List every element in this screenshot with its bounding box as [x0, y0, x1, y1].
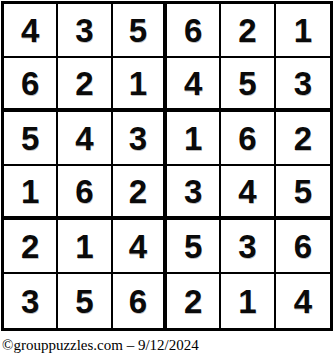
cell-r2c5: 5 — [221, 58, 275, 112]
cell-r3c5: 6 — [221, 112, 275, 166]
cell-r5c5: 3 — [221, 220, 275, 274]
cell-r1c4: 6 — [167, 4, 221, 58]
cell-r2c1: 6 — [4, 58, 58, 112]
cell-r2c3: 1 — [113, 58, 167, 112]
cell-r6c2: 5 — [58, 274, 112, 328]
cell-r1c3: 5 — [113, 4, 167, 58]
cell-r4c1: 1 — [4, 166, 58, 220]
cell-r6c4: 2 — [167, 274, 221, 328]
cell-r5c1: 2 — [4, 220, 58, 274]
cell-r3c6: 2 — [276, 112, 330, 166]
cell-r2c4: 4 — [167, 58, 221, 112]
cell-r4c4: 3 — [167, 166, 221, 220]
cell-r5c3: 4 — [113, 220, 167, 274]
cell-r4c6: 5 — [276, 166, 330, 220]
cell-r1c5: 2 — [221, 4, 275, 58]
cell-r4c3: 2 — [113, 166, 167, 220]
cell-r2c6: 3 — [276, 58, 330, 112]
cell-r5c4: 5 — [167, 220, 221, 274]
cell-r1c2: 3 — [58, 4, 112, 58]
sudoku-board: 4 3 5 6 2 1 6 2 1 4 5 3 5 4 3 1 6 2 1 6 … — [1, 1, 333, 331]
sudoku-page: 4 3 5 6 2 1 6 2 1 4 5 3 5 4 3 1 6 2 1 6 … — [0, 0, 335, 357]
cell-r3c3: 3 — [113, 112, 167, 166]
cell-r5c2: 1 — [58, 220, 112, 274]
cell-r4c5: 4 — [221, 166, 275, 220]
cell-r1c6: 1 — [276, 4, 330, 58]
cell-r5c6: 6 — [276, 220, 330, 274]
cell-r3c1: 5 — [4, 112, 58, 166]
cell-r6c3: 6 — [113, 274, 167, 328]
cell-r6c1: 3 — [4, 274, 58, 328]
cell-r1c1: 4 — [4, 4, 58, 58]
cell-r4c2: 6 — [58, 166, 112, 220]
cell-r3c4: 1 — [167, 112, 221, 166]
cell-r3c2: 4 — [58, 112, 112, 166]
copyright-credit: ©grouppuzzles.com – 9/12/2024 — [2, 334, 333, 356]
cell-r6c5: 1 — [221, 274, 275, 328]
cell-r2c2: 2 — [58, 58, 112, 112]
cell-r6c6: 4 — [276, 274, 330, 328]
